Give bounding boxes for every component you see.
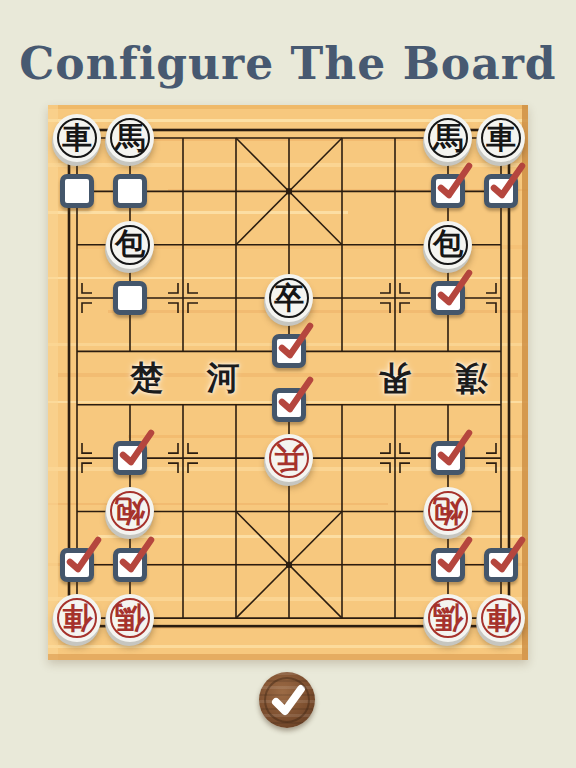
piece-black-horse-left[interactable]: 馬 xyxy=(106,114,154,162)
river-text-left: 楚 河 xyxy=(128,352,258,404)
piece-glyph: 俥 xyxy=(477,594,525,642)
piece-red-cannon-left[interactable]: 炮 xyxy=(106,487,154,535)
piece-red-chariot-left[interactable]: 俥 xyxy=(53,594,101,642)
piece-black-chariot-right[interactable]: 車 xyxy=(477,114,525,162)
checked-checkmark-icon xyxy=(432,430,474,472)
checked-checkmark-icon xyxy=(273,323,315,365)
configure-board-page: Configure The Board xyxy=(0,0,576,768)
piece-black-soldier-center[interactable]: 卒 xyxy=(265,274,313,322)
piece-red-horse-right[interactable]: 傌 xyxy=(424,594,472,642)
checkbox-red-soldier-center[interactable] xyxy=(272,388,306,422)
checkbox-black-cannon-right[interactable] xyxy=(431,281,465,315)
piece-glyph: 卒 xyxy=(265,274,313,322)
checkbox-red-horse-left[interactable] xyxy=(113,548,147,582)
piece-glyph: 馬 xyxy=(424,114,472,162)
checkbox-black-soldier-center[interactable] xyxy=(272,334,306,368)
piece-red-cannon-right[interactable]: 炮 xyxy=(424,487,472,535)
checkbox-red-cannon-right[interactable] xyxy=(431,441,465,475)
piece-black-cannon-right[interactable]: 包 xyxy=(424,221,472,269)
piece-glyph: 馬 xyxy=(106,114,154,162)
piece-glyph: 炮 xyxy=(424,487,472,535)
piece-glyph: 兵 xyxy=(265,434,313,482)
piece-black-cannon-left[interactable]: 包 xyxy=(106,221,154,269)
checkbox-red-chariot-right[interactable] xyxy=(484,548,518,582)
checkbox-black-horse-left[interactable] xyxy=(113,174,147,208)
checkbox-black-chariot-right[interactable] xyxy=(484,174,518,208)
piece-glyph: 俥 xyxy=(53,594,101,642)
piece-black-chariot-left[interactable]: 車 xyxy=(53,114,101,162)
piece-black-horse-right[interactable]: 馬 xyxy=(424,114,472,162)
piece-glyph: 車 xyxy=(53,114,101,162)
checked-checkmark-icon xyxy=(432,270,474,312)
piece-glyph: 包 xyxy=(106,221,154,269)
checked-checkmark-icon xyxy=(61,537,103,579)
checkbox-red-chariot-left[interactable] xyxy=(60,548,94,582)
confirm-checkmark-icon xyxy=(263,676,311,724)
piece-red-horse-left[interactable]: 傌 xyxy=(106,594,154,642)
checked-checkmark-icon xyxy=(432,537,474,579)
piece-glyph: 炮 xyxy=(106,487,154,535)
checked-checkmark-icon xyxy=(485,163,527,205)
checked-checkmark-icon xyxy=(114,537,156,579)
page-title: Configure The Board xyxy=(0,38,576,89)
checked-checkmark-icon xyxy=(485,537,527,579)
checked-checkmark-icon xyxy=(273,377,315,419)
piece-red-soldier-center[interactable]: 兵 xyxy=(265,434,313,482)
checkbox-red-cannon-left[interactable] xyxy=(113,441,147,475)
piece-glyph: 傌 xyxy=(106,594,154,642)
checked-checkmark-icon xyxy=(114,430,156,472)
xiangqi-board: 楚 河 漢 界 車馬馬車包包卒兵炮炮俥傌傌俥 xyxy=(48,105,528,660)
piece-glyph: 包 xyxy=(424,221,472,269)
piece-glyph: 車 xyxy=(477,114,525,162)
checked-checkmark-icon xyxy=(432,163,474,205)
checkbox-red-horse-right[interactable] xyxy=(431,548,465,582)
river-text-right: 漢 界 xyxy=(360,352,490,404)
checkbox-black-horse-right[interactable] xyxy=(431,174,465,208)
piece-glyph: 傌 xyxy=(424,594,472,642)
piece-red-chariot-right[interactable]: 俥 xyxy=(477,594,525,642)
confirm-button[interactable] xyxy=(259,672,315,728)
checkbox-black-chariot-left[interactable] xyxy=(60,174,94,208)
checkbox-black-cannon-left[interactable] xyxy=(113,281,147,315)
